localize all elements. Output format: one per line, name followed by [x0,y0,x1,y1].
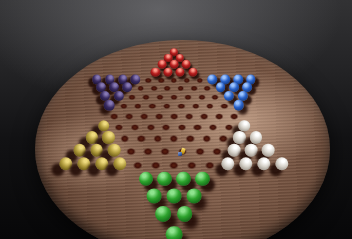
hole-r13c3[interactable] [93,156,111,174]
hole-r16c1[interactable] [153,205,174,226]
marble-green[interactable] [156,206,172,222]
board-row-16 [153,205,195,226]
marble-white[interactable] [257,157,270,170]
marble-green[interactable] [157,172,171,186]
hole-r13c1[interactable] [57,156,75,174]
cursor-base-icon [178,152,182,156]
marble-green[interactable] [176,172,190,186]
marble-yellow[interactable] [113,157,126,170]
marble-yellow[interactable] [73,144,86,157]
board-hole [133,162,143,170]
board-row-17 [163,224,186,239]
marble-green[interactable] [167,188,182,203]
marble-white[interactable] [245,144,258,157]
marble-green[interactable] [187,188,202,203]
marble-white[interactable] [239,157,252,170]
hole-r16c2[interactable] [174,205,195,226]
marble-yellow[interactable] [77,157,90,170]
board-hole [151,162,161,170]
marble-green[interactable] [195,172,209,186]
marble-white[interactable] [228,144,241,157]
marble-green[interactable] [138,172,152,186]
game-viewport [0,0,352,239]
board-hole [195,148,205,156]
marble-yellow[interactable] [59,157,72,170]
marble-green[interactable] [177,206,193,222]
board-hole [160,148,170,156]
board-hole [143,148,153,156]
marble-white[interactable] [262,144,275,157]
cursor-sprite [178,147,187,158]
marble-green[interactable] [147,188,162,203]
hole-r13c12[interactable] [255,156,273,174]
hole-r13c11[interactable] [237,156,255,174]
marble-white[interactable] [221,157,234,170]
board-hole [212,148,222,156]
board-hole [187,162,197,170]
marble-white[interactable] [275,157,288,170]
hole-r13c4[interactable] [111,156,129,174]
board-hole [169,162,179,170]
hole-r13c13[interactable] [273,156,291,174]
marble-yellow[interactable] [108,144,121,157]
board-star-grid [0,0,352,239]
hole-r13c2[interactable] [75,156,93,174]
board-hole [205,162,215,170]
marble-green[interactable] [166,226,183,239]
hole-r17c1[interactable] [163,224,186,239]
hole-r13c10[interactable] [219,156,237,174]
marble-yellow[interactable] [90,144,103,157]
board-hole [126,148,136,156]
marble-yellow[interactable] [95,157,108,170]
